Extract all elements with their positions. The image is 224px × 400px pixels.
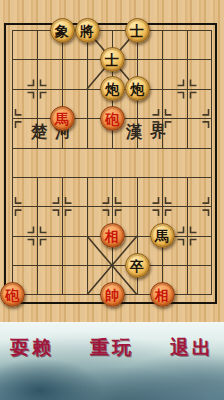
piece-black-advisor[interactable]: 士 xyxy=(125,18,150,43)
piece-red-general[interactable]: 帥 xyxy=(100,282,125,307)
board-cell xyxy=(112,148,137,177)
board-cell xyxy=(12,30,37,59)
piece-black-cannon[interactable]: 炮 xyxy=(100,76,125,101)
board-cell xyxy=(62,236,87,265)
xiangqi-game-screen: 楚河 漢界 象將士士炮炮馬砲相馬卒砲帥相 耍赖 重玩 退出 xyxy=(0,0,224,400)
board-cell xyxy=(187,236,212,265)
river-label-right: 漢界 xyxy=(115,122,185,143)
board-cell xyxy=(37,265,62,294)
board-cell xyxy=(187,30,212,59)
piece-red-elephant[interactable]: 相 xyxy=(150,282,175,307)
replay-button[interactable]: 重玩 xyxy=(90,336,134,358)
board-cell xyxy=(12,89,37,118)
board-cell xyxy=(62,59,87,88)
board-cell xyxy=(12,148,37,177)
wooden-board-background: 楚河 漢界 象將士士炮炮馬砲相馬卒砲帥相 xyxy=(0,0,224,322)
board-cell xyxy=(162,148,187,177)
board-cell xyxy=(37,177,62,206)
piece-red-cannon[interactable]: 砲 xyxy=(100,106,125,131)
board-cell xyxy=(187,59,212,88)
board-cell xyxy=(37,236,62,265)
misty-landscape-footer: 耍赖 重玩 退出 xyxy=(0,322,224,400)
board-cell xyxy=(112,177,137,206)
board-cell xyxy=(187,148,212,177)
board-cell xyxy=(187,265,212,294)
board-cell xyxy=(187,118,212,147)
board-cell xyxy=(37,148,62,177)
board-cell xyxy=(87,177,112,206)
board-cell xyxy=(37,206,62,235)
board-cell xyxy=(12,206,37,235)
board-cell xyxy=(162,89,187,118)
takeback-button[interactable]: 耍赖 xyxy=(10,336,54,358)
board-cell xyxy=(37,59,62,88)
piece-black-cannon[interactable]: 炮 xyxy=(125,76,150,101)
board-cell xyxy=(137,177,162,206)
board-cell xyxy=(12,59,37,88)
board-cell xyxy=(162,59,187,88)
exit-button[interactable]: 退出 xyxy=(170,336,214,358)
piece-black-pawn[interactable]: 卒 xyxy=(125,253,150,278)
board-cell xyxy=(62,177,87,206)
board-cell xyxy=(62,206,87,235)
piece-black-advisor[interactable]: 士 xyxy=(100,47,125,72)
board-cell xyxy=(187,177,212,206)
board-cell xyxy=(137,148,162,177)
board-cell xyxy=(187,206,212,235)
board-cell xyxy=(187,89,212,118)
piece-black-elephant[interactable]: 象 xyxy=(50,18,75,43)
board-cell xyxy=(87,148,112,177)
board-cell xyxy=(162,30,187,59)
board-cell xyxy=(12,236,37,265)
board-cell xyxy=(62,265,87,294)
piece-red-cannon[interactable]: 砲 xyxy=(0,282,25,307)
piece-black-horse[interactable]: 馬 xyxy=(150,223,175,248)
piece-red-horse[interactable]: 馬 xyxy=(50,106,75,131)
game-menu: 耍赖 重玩 退出 xyxy=(0,336,224,358)
board-cell xyxy=(12,177,37,206)
board-cell xyxy=(162,177,187,206)
piece-black-general[interactable]: 將 xyxy=(75,18,100,43)
piece-red-elephant[interactable]: 相 xyxy=(100,223,125,248)
board-cell xyxy=(62,148,87,177)
